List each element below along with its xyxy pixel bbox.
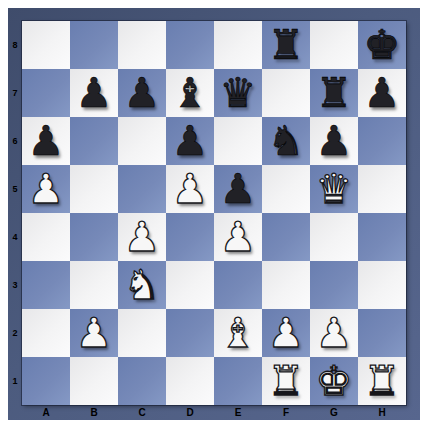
square-h5[interactable] <box>358 165 406 213</box>
square-e4[interactable]: ♟ <box>214 213 262 261</box>
square-e3[interactable] <box>214 261 262 309</box>
rank-label-5: 5 <box>8 165 22 213</box>
white-pawn-icon: ♟ <box>316 309 353 357</box>
square-e1[interactable] <box>214 357 262 405</box>
white-pawn-icon: ♟ <box>220 213 257 261</box>
square-g8[interactable] <box>310 21 358 69</box>
square-a6[interactable]: ♟ <box>22 117 70 165</box>
square-c3[interactable]: ♞ <box>118 261 166 309</box>
square-d7[interactable]: ♝ <box>166 69 214 117</box>
black-pawn-icon: ♟ <box>28 117 65 165</box>
white-rook-icon: ♜ <box>268 357 305 405</box>
square-e8[interactable] <box>214 21 262 69</box>
white-pawn-icon: ♟ <box>268 309 305 357</box>
square-c5[interactable] <box>118 165 166 213</box>
square-g3[interactable] <box>310 261 358 309</box>
square-g7[interactable]: ♜ <box>310 69 358 117</box>
rank-label-4: 4 <box>8 213 22 261</box>
file-labels: ABCDEFGH <box>22 405 406 420</box>
square-c8[interactable] <box>118 21 166 69</box>
square-a1[interactable] <box>22 357 70 405</box>
black-pawn-icon: ♟ <box>316 117 353 165</box>
square-e5[interactable]: ♟ <box>214 165 262 213</box>
rank-labels: 87654321 <box>8 21 22 405</box>
square-h7[interactable]: ♟ <box>358 69 406 117</box>
white-pawn-icon: ♟ <box>28 165 65 213</box>
square-d1[interactable] <box>166 357 214 405</box>
black-queen-icon: ♛ <box>220 69 257 117</box>
square-e2[interactable]: ♝ <box>214 309 262 357</box>
black-pawn-icon: ♟ <box>76 69 113 117</box>
file-label-c: C <box>118 405 166 420</box>
square-h1[interactable]: ♜ <box>358 357 406 405</box>
black-king-icon: ♚ <box>364 21 401 69</box>
square-a8[interactable] <box>22 21 70 69</box>
black-bishop-icon: ♝ <box>172 69 209 117</box>
white-queen-icon: ♛ <box>316 165 353 213</box>
square-f6[interactable]: ♞ <box>262 117 310 165</box>
white-rook-icon: ♜ <box>364 357 401 405</box>
square-e6[interactable] <box>214 117 262 165</box>
square-f7[interactable] <box>262 69 310 117</box>
square-b5[interactable] <box>70 165 118 213</box>
black-pawn-icon: ♟ <box>124 69 161 117</box>
black-pawn-icon: ♟ <box>364 69 401 117</box>
square-g5[interactable]: ♛ <box>310 165 358 213</box>
square-g1[interactable]: ♚ <box>310 357 358 405</box>
square-f3[interactable] <box>262 261 310 309</box>
square-a5[interactable]: ♟ <box>22 165 70 213</box>
square-c4[interactable]: ♟ <box>118 213 166 261</box>
square-f4[interactable] <box>262 213 310 261</box>
white-king-icon: ♚ <box>316 357 353 405</box>
square-b7[interactable]: ♟ <box>70 69 118 117</box>
black-knight-icon: ♞ <box>268 117 305 165</box>
white-pawn-icon: ♟ <box>76 309 113 357</box>
chess-board: ♜♚♟♟♝♛♜♟♟♟♞♟♟♟♟♛♟♟♞♟♝♟♟♜♚♜ <box>22 21 406 405</box>
square-b8[interactable] <box>70 21 118 69</box>
square-h3[interactable] <box>358 261 406 309</box>
square-e7[interactable]: ♛ <box>214 69 262 117</box>
file-label-a: A <box>22 405 70 420</box>
square-g6[interactable]: ♟ <box>310 117 358 165</box>
square-h8[interactable]: ♚ <box>358 21 406 69</box>
square-f5[interactable] <box>262 165 310 213</box>
square-h4[interactable] <box>358 213 406 261</box>
white-knight-icon: ♞ <box>124 261 161 309</box>
rank-label-8: 8 <box>8 21 22 69</box>
square-d6[interactable]: ♟ <box>166 117 214 165</box>
square-d2[interactable] <box>166 309 214 357</box>
square-a7[interactable] <box>22 69 70 117</box>
file-label-h: H <box>358 405 406 420</box>
black-pawn-icon: ♟ <box>172 117 209 165</box>
square-h6[interactable] <box>358 117 406 165</box>
square-d5[interactable]: ♟ <box>166 165 214 213</box>
square-b2[interactable]: ♟ <box>70 309 118 357</box>
square-g2[interactable]: ♟ <box>310 309 358 357</box>
square-b1[interactable] <box>70 357 118 405</box>
chess-diagram-window: 87654321 ♜♚♟♟♝♛♜♟♟♟♞♟♟♟♟♛♟♟♞♟♝♟♟♜♚♜ ABCD… <box>0 0 428 428</box>
rank-label-3: 3 <box>8 261 22 309</box>
square-c1[interactable] <box>118 357 166 405</box>
black-rook-icon: ♜ <box>316 69 353 117</box>
white-bishop-icon: ♝ <box>220 309 257 357</box>
square-f1[interactable]: ♜ <box>262 357 310 405</box>
square-b6[interactable] <box>70 117 118 165</box>
square-a4[interactable] <box>22 213 70 261</box>
black-rook-icon: ♜ <box>268 21 305 69</box>
board-frame: 87654321 ♜♚♟♟♝♛♜♟♟♟♞♟♟♟♟♛♟♟♞♟♝♟♟♜♚♜ ABCD… <box>8 8 420 420</box>
square-b3[interactable] <box>70 261 118 309</box>
white-pawn-icon: ♟ <box>124 213 161 261</box>
square-c6[interactable] <box>118 117 166 165</box>
black-pawn-icon: ♟ <box>220 165 257 213</box>
square-d8[interactable] <box>166 21 214 69</box>
file-label-e: E <box>214 405 262 420</box>
rank-label-7: 7 <box>8 69 22 117</box>
square-f2[interactable]: ♟ <box>262 309 310 357</box>
square-c2[interactable] <box>118 309 166 357</box>
square-d3[interactable] <box>166 261 214 309</box>
square-f8[interactable]: ♜ <box>262 21 310 69</box>
rank-label-1: 1 <box>8 357 22 405</box>
file-label-b: B <box>70 405 118 420</box>
square-a2[interactable] <box>22 309 70 357</box>
white-pawn-icon: ♟ <box>172 165 209 213</box>
file-label-g: G <box>310 405 358 420</box>
file-label-f: F <box>262 405 310 420</box>
square-d4[interactable] <box>166 213 214 261</box>
square-g4[interactable] <box>310 213 358 261</box>
rank-label-6: 6 <box>8 117 22 165</box>
square-b4[interactable] <box>70 213 118 261</box>
square-h2[interactable] <box>358 309 406 357</box>
square-a3[interactable] <box>22 261 70 309</box>
square-c7[interactable]: ♟ <box>118 69 166 117</box>
file-label-d: D <box>166 405 214 420</box>
rank-label-2: 2 <box>8 309 22 357</box>
